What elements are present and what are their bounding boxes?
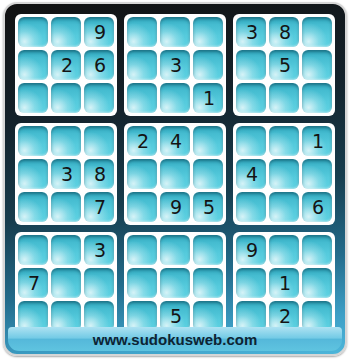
cell-r5c4[interactable] (127, 159, 157, 189)
cell-r4c6[interactable] (193, 126, 223, 156)
cell-r5c1[interactable] (18, 159, 48, 189)
given-digit: 7 (94, 198, 106, 217)
cell-r4c1[interactable] (18, 126, 48, 156)
cell-r6c4[interactable] (127, 192, 157, 222)
cell-r1c8[interactable]: 8 (269, 17, 299, 47)
cell-r4c2[interactable] (51, 126, 81, 156)
cell-r1c1[interactable] (18, 17, 48, 47)
given-digit: 3 (170, 56, 182, 75)
given-digit: 1 (312, 132, 324, 151)
box-2-2: 2495 (124, 123, 226, 225)
given-digit: 9 (94, 23, 106, 42)
given-digit: 3 (94, 241, 106, 260)
given-digit: 5 (170, 307, 182, 326)
cell-r8c4[interactable] (127, 268, 157, 298)
given-digit: 2 (61, 56, 73, 75)
cell-r1c6[interactable] (193, 17, 223, 47)
cell-r2c3[interactable]: 6 (84, 50, 114, 80)
cell-r6c3[interactable]: 7 (84, 192, 114, 222)
cell-r3c9[interactable] (302, 83, 332, 113)
given-digit: 5 (203, 198, 215, 217)
cell-r7c1[interactable] (18, 235, 48, 265)
cell-r8c2[interactable] (51, 268, 81, 298)
cell-r4c9[interactable]: 1 (302, 126, 332, 156)
given-digit: 7 (28, 274, 40, 293)
cell-r4c4[interactable]: 2 (127, 126, 157, 156)
cell-r2c8[interactable]: 5 (269, 50, 299, 80)
given-digit: 5 (279, 56, 291, 75)
cell-r2c9[interactable] (302, 50, 332, 80)
cell-r5c8[interactable] (269, 159, 299, 189)
cell-r7c4[interactable] (127, 235, 157, 265)
box-2-3: 146 (233, 123, 335, 225)
cell-r7c9[interactable] (302, 235, 332, 265)
cell-r3c8[interactable] (269, 83, 299, 113)
given-digit: 6 (312, 198, 324, 217)
cell-r5c2[interactable]: 3 (51, 159, 81, 189)
cell-r1c2[interactable] (51, 17, 81, 47)
box-3-2: 5 (124, 232, 226, 334)
cell-r2c5[interactable]: 3 (160, 50, 190, 80)
cell-r8c8[interactable]: 1 (269, 268, 299, 298)
cell-r3c7[interactable] (236, 83, 266, 113)
box-3-1: 37 (15, 232, 117, 334)
given-digit: 4 (246, 165, 258, 184)
sudoku-widget: 926313853872495146375912 www.sudokusweb.… (3, 2, 347, 356)
cell-r5c7[interactable]: 4 (236, 159, 266, 189)
box-1-3: 385 (233, 14, 335, 116)
cell-r8c3[interactable] (84, 268, 114, 298)
cell-r1c3[interactable]: 9 (84, 17, 114, 47)
cell-r2c7[interactable] (236, 50, 266, 80)
given-digit: 3 (61, 165, 73, 184)
cell-r1c4[interactable] (127, 17, 157, 47)
box-3-3: 912 (233, 232, 335, 334)
cell-r6c8[interactable] (269, 192, 299, 222)
cell-r6c7[interactable] (236, 192, 266, 222)
website-link[interactable]: www.sudokusweb.com (93, 331, 257, 348)
cell-r7c2[interactable] (51, 235, 81, 265)
cell-r7c7[interactable]: 9 (236, 235, 266, 265)
cell-r7c6[interactable] (193, 235, 223, 265)
cell-r3c6[interactable]: 1 (193, 83, 223, 113)
given-digit: 9 (246, 241, 258, 260)
cell-r8c1[interactable]: 7 (18, 268, 48, 298)
given-digit: 8 (279, 23, 291, 42)
cell-r4c7[interactable] (236, 126, 266, 156)
given-digit: 6 (94, 56, 106, 75)
cell-r5c9[interactable] (302, 159, 332, 189)
cell-r2c6[interactable] (193, 50, 223, 80)
cell-r4c3[interactable] (84, 126, 114, 156)
cell-r3c1[interactable] (18, 83, 48, 113)
box-1-1: 926 (15, 14, 117, 116)
given-digit: 2 (279, 307, 291, 326)
cell-r2c4[interactable] (127, 50, 157, 80)
cell-r5c6[interactable] (193, 159, 223, 189)
cell-r4c8[interactable] (269, 126, 299, 156)
box-1-2: 31 (124, 14, 226, 116)
given-digit: 8 (94, 165, 106, 184)
cell-r3c3[interactable] (84, 83, 114, 113)
cell-r6c2[interactable] (51, 192, 81, 222)
cell-r4c5[interactable]: 4 (160, 126, 190, 156)
cell-r6c1[interactable] (18, 192, 48, 222)
given-digit: 1 (279, 274, 291, 293)
cell-r3c2[interactable] (51, 83, 81, 113)
cell-r8c5[interactable] (160, 268, 190, 298)
cell-r7c5[interactable] (160, 235, 190, 265)
cell-r7c8[interactable] (269, 235, 299, 265)
cell-r8c9[interactable] (302, 268, 332, 298)
cell-r1c7[interactable]: 3 (236, 17, 266, 47)
cell-r5c5[interactable] (160, 159, 190, 189)
given-digit: 4 (170, 132, 182, 151)
sudoku-board: 926313853872495146375912 (15, 14, 335, 334)
cell-r7c3[interactable]: 3 (84, 235, 114, 265)
cell-r6c5[interactable]: 9 (160, 192, 190, 222)
cell-r6c9[interactable]: 6 (302, 192, 332, 222)
cell-r2c2[interactable]: 2 (51, 50, 81, 80)
given-digit: 9 (170, 198, 182, 217)
cell-r8c7[interactable] (236, 268, 266, 298)
given-digit: 3 (246, 23, 258, 42)
given-digit: 2 (137, 132, 149, 151)
cell-r6c6[interactable]: 5 (193, 192, 223, 222)
footer-bar: www.sudokusweb.com (8, 327, 342, 351)
cell-r1c9[interactable] (302, 17, 332, 47)
cell-r1c5[interactable] (160, 17, 190, 47)
cell-r5c3[interactable]: 8 (84, 159, 114, 189)
cell-r3c4[interactable] (127, 83, 157, 113)
box-2-1: 387 (15, 123, 117, 225)
cell-r3c5[interactable] (160, 83, 190, 113)
given-digit: 1 (203, 89, 215, 108)
cell-r2c1[interactable] (18, 50, 48, 80)
cell-r8c6[interactable] (193, 268, 223, 298)
